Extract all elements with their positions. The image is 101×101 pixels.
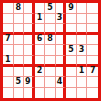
cell-r7c6[interactable]	[56, 67, 67, 78]
cell-r8c7[interactable]	[66, 77, 77, 88]
given-digit: 9	[25, 78, 31, 86]
cell-r5c1[interactable]	[3, 45, 14, 56]
given-digit: 7	[5, 35, 11, 43]
cell-r3c2[interactable]	[14, 24, 25, 35]
cell-r2c1[interactable]	[3, 14, 14, 25]
given-digit: 3	[57, 14, 63, 22]
cell-r1c8[interactable]	[77, 3, 88, 14]
given-digit: 1	[5, 56, 11, 64]
cell-r5c3[interactable]	[24, 45, 35, 56]
cell-r8c4[interactable]	[35, 77, 46, 88]
cell-r1c9[interactable]	[87, 3, 98, 14]
cell-r3c3[interactable]	[24, 24, 35, 35]
cell-r4c5[interactable]: 8	[45, 35, 56, 46]
cell-r7c2[interactable]	[14, 67, 25, 78]
cell-r8c9[interactable]	[87, 77, 98, 88]
given-digit: 5	[47, 4, 53, 12]
given-digit: 5	[16, 78, 22, 86]
cell-r8c6[interactable]: 4	[56, 77, 67, 88]
cell-r7c9[interactable]: 7	[87, 67, 98, 78]
cell-r4c1[interactable]: 7	[3, 35, 14, 46]
cell-r6c1[interactable]: 1	[3, 56, 14, 67]
cell-r4c8[interactable]	[77, 35, 88, 46]
cell-r2c7[interactable]	[66, 14, 77, 25]
cell-r2c8[interactable]	[77, 14, 88, 25]
cell-r9c1[interactable]	[3, 88, 14, 99]
cell-r9c8[interactable]	[77, 88, 88, 99]
cell-r7c7[interactable]	[66, 67, 77, 78]
cell-r9c3[interactable]	[24, 88, 35, 99]
cell-r5c8[interactable]: 3	[77, 45, 88, 56]
given-digit: 8	[16, 4, 22, 12]
cell-r5c6[interactable]	[56, 45, 67, 56]
cell-r9c4[interactable]	[35, 88, 46, 99]
cell-r2c4[interactable]: 1	[35, 14, 46, 25]
cell-r6c6[interactable]	[56, 56, 67, 67]
cell-r1c1[interactable]	[3, 3, 14, 14]
cell-r4c9[interactable]	[87, 35, 98, 46]
given-digit: 6	[37, 35, 43, 43]
given-digit: 5	[68, 46, 74, 54]
cell-r9c9[interactable]	[87, 88, 98, 99]
given-digit: 1	[37, 14, 43, 22]
given-digit: 9	[68, 4, 74, 12]
cell-r5c2[interactable]	[14, 45, 25, 56]
cell-r8c1[interactable]	[3, 77, 14, 88]
cell-r5c4[interactable]	[35, 45, 46, 56]
cell-r8c5[interactable]	[45, 77, 56, 88]
cell-r3c5[interactable]	[45, 24, 56, 35]
cell-r6c4[interactable]	[35, 56, 46, 67]
cell-r2c9[interactable]	[87, 14, 98, 25]
cell-r1c4[interactable]	[35, 3, 46, 14]
given-digit: 3	[79, 46, 85, 54]
cell-r7c4[interactable]: 2	[35, 67, 46, 78]
sudoku-board: 85913768531217594	[0, 0, 101, 101]
cell-r7c1[interactable]	[3, 67, 14, 78]
cell-r4c4[interactable]: 6	[35, 35, 46, 46]
given-digit: 4	[57, 78, 63, 86]
cell-r2c2[interactable]	[14, 14, 25, 25]
cell-r8c3[interactable]: 9	[24, 77, 35, 88]
cell-r6c3[interactable]	[24, 56, 35, 67]
cell-r8c2[interactable]: 5	[14, 77, 25, 88]
cell-r8c8[interactable]	[77, 77, 88, 88]
cell-r7c3[interactable]	[24, 67, 35, 78]
cell-r2c5[interactable]	[45, 14, 56, 25]
cell-r7c5[interactable]	[45, 67, 56, 78]
cell-r4c7[interactable]	[66, 35, 77, 46]
cell-r1c7[interactable]: 9	[66, 3, 77, 14]
given-digit: 7	[90, 67, 96, 75]
cell-r3c6[interactable]	[56, 24, 67, 35]
cell-r9c6[interactable]	[56, 88, 67, 99]
cell-r4c3[interactable]	[24, 35, 35, 46]
cell-r1c2[interactable]: 8	[14, 3, 25, 14]
cell-r1c5[interactable]: 5	[45, 3, 56, 14]
cell-r3c9[interactable]	[87, 24, 98, 35]
cell-r3c8[interactable]	[77, 24, 88, 35]
cell-r5c5[interactable]	[45, 45, 56, 56]
cell-r1c3[interactable]	[24, 3, 35, 14]
cell-r3c4[interactable]	[35, 24, 46, 35]
cell-r2c3[interactable]	[24, 14, 35, 25]
cell-r2c6[interactable]: 3	[56, 14, 67, 25]
cell-r9c7[interactable]	[66, 88, 77, 99]
cell-r6c9[interactable]	[87, 56, 98, 67]
cell-r7c8[interactable]: 1	[77, 67, 88, 78]
cell-r3c7[interactable]	[66, 24, 77, 35]
cell-r6c7[interactable]	[66, 56, 77, 67]
cell-r5c9[interactable]	[87, 45, 98, 56]
cell-r5c7[interactable]: 5	[66, 45, 77, 56]
cell-r9c5[interactable]	[45, 88, 56, 99]
cell-r6c8[interactable]	[77, 56, 88, 67]
cell-r6c5[interactable]	[45, 56, 56, 67]
cell-r3c1[interactable]	[3, 24, 14, 35]
cell-r4c6[interactable]	[56, 35, 67, 46]
given-digit: 2	[37, 67, 43, 75]
cell-r6c2[interactable]	[14, 56, 25, 67]
cell-r4c2[interactable]	[14, 35, 25, 46]
given-digit: 1	[79, 67, 85, 75]
cell-r9c2[interactable]	[14, 88, 25, 99]
given-digit: 8	[47, 35, 53, 43]
cell-r1c6[interactable]	[56, 3, 67, 14]
